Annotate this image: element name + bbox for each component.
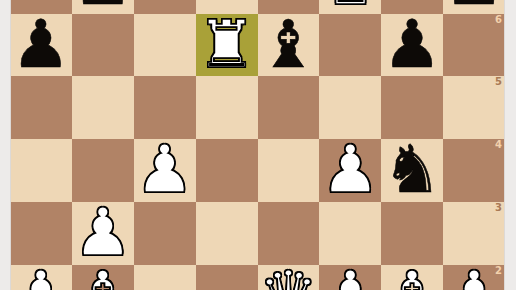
- square-b6[interactable]: [72, 14, 134, 77]
- white-pawn: ♟: [73, 202, 132, 264]
- black-bishop: ♝: [259, 14, 318, 76]
- white-bishop: ♝: [73, 265, 132, 290]
- square-c7[interactable]: [134, 0, 196, 14]
- square-e4[interactable]: [258, 139, 320, 202]
- letterbox-right: [504, 0, 516, 290]
- square-h5[interactable]: 5: [443, 76, 505, 139]
- square-f4[interactable]: ♟: [319, 139, 381, 202]
- rank-label-2: 2: [495, 266, 502, 276]
- square-h2[interactable]: 2♟: [443, 265, 505, 290]
- square-f3[interactable]: [319, 202, 381, 265]
- square-d2[interactable]: [196, 265, 258, 290]
- square-c6[interactable]: [134, 14, 196, 77]
- rank-label-5: 5: [495, 77, 502, 87]
- white-queen: ♛: [259, 265, 318, 290]
- square-c3[interactable]: [134, 202, 196, 265]
- square-f7[interactable]: ♚: [319, 0, 381, 14]
- square-e7[interactable]: [258, 0, 320, 14]
- square-b7[interactable]: ♟: [72, 0, 134, 14]
- black-pawn: ♟: [11, 14, 70, 76]
- white-pawn: ♟: [321, 265, 380, 290]
- square-b3[interactable]: ♟: [72, 202, 134, 265]
- square-h4[interactable]: 4: [443, 139, 505, 202]
- square-d7[interactable]: [196, 0, 258, 14]
- square-a4[interactable]: [10, 139, 72, 202]
- square-b4[interactable]: [72, 139, 134, 202]
- square-c5[interactable]: [134, 76, 196, 139]
- square-g2[interactable]: ♝: [381, 265, 443, 290]
- square-f6[interactable]: [319, 14, 381, 77]
- rank-label-6: 6: [495, 15, 502, 25]
- square-a2[interactable]: ♟: [10, 265, 72, 290]
- white-pawn: ♟: [11, 265, 70, 290]
- square-a6[interactable]: ♟: [10, 14, 72, 77]
- square-g4[interactable]: ♞: [381, 139, 443, 202]
- black-pawn: ♟: [73, 0, 132, 13]
- square-e2[interactable]: ♛: [258, 265, 320, 290]
- square-a5[interactable]: [10, 76, 72, 139]
- square-g6[interactable]: ♟: [381, 14, 443, 77]
- square-a7[interactable]: [10, 0, 72, 14]
- square-f5[interactable]: [319, 76, 381, 139]
- video-frame: ♟♚♟♟♜♝♟65♟♟♞4♟3♟♝♛♟♝2♟: [0, 0, 516, 290]
- white-pawn: ♟: [135, 139, 194, 201]
- square-h6[interactable]: 6: [443, 14, 505, 77]
- white-rook: ♜: [197, 14, 256, 76]
- square-d6[interactable]: ♜: [196, 14, 258, 77]
- square-e5[interactable]: [258, 76, 320, 139]
- square-f2[interactable]: ♟: [319, 265, 381, 290]
- square-c2[interactable]: [134, 265, 196, 290]
- square-g3[interactable]: [381, 202, 443, 265]
- square-d3[interactable]: [196, 202, 258, 265]
- square-g7[interactable]: [381, 0, 443, 14]
- square-b5[interactable]: [72, 76, 134, 139]
- rank-label-4: 4: [495, 140, 502, 150]
- black-pawn: ♟: [383, 14, 442, 76]
- square-c4[interactable]: ♟: [134, 139, 196, 202]
- square-e3[interactable]: [258, 202, 320, 265]
- square-g5[interactable]: [381, 76, 443, 139]
- letterbox-left: [0, 0, 11, 290]
- square-d4[interactable]: [196, 139, 258, 202]
- square-d5[interactable]: [196, 76, 258, 139]
- square-b2[interactable]: ♝: [72, 265, 134, 290]
- square-a3[interactable]: [10, 202, 72, 265]
- rank-label-3: 3: [495, 203, 502, 213]
- white-pawn: ♟: [321, 139, 380, 201]
- square-h3[interactable]: 3: [443, 202, 505, 265]
- square-h7[interactable]: ♟: [443, 0, 505, 14]
- square-e6[interactable]: ♝: [258, 14, 320, 77]
- white-bishop: ♝: [383, 265, 442, 290]
- black-knight: ♞: [383, 139, 442, 201]
- chess-board[interactable]: ♟♚♟♟♜♝♟65♟♟♞4♟3♟♝♛♟♝2♟: [10, 0, 505, 290]
- white-king: ♚: [321, 0, 380, 13]
- black-pawn: ♟: [444, 0, 503, 13]
